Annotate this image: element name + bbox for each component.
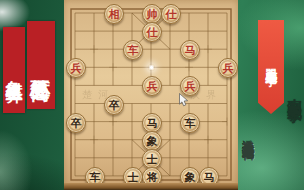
left-banner-brand: 象棋星算: [3, 27, 25, 113]
xiangqi-piece-red[interactable]: 仕: [161, 4, 181, 24]
xiangqi-piece-black[interactable]: 卒: [66, 113, 86, 133]
board-front-edge: [64, 183, 238, 190]
teacher-ribbon: 跟天星老师学: [258, 20, 284, 114]
xiangqi-piece-black[interactable]: 士: [142, 149, 162, 169]
left-banner-slogan: 心算更简: [27, 21, 55, 109]
video-frame: 象棋星算 心算更简 楚河 汉界 相帅仕仕车马兵兵兵兵卒卒马车象士车士将象马: [0, 0, 304, 190]
watermark-text-column: 透视象棋底层逻辑: [240, 82, 256, 188]
xiangqi-piece-black[interactable]: 马: [142, 113, 162, 133]
xiangqi-piece-red[interactable]: 帅: [142, 4, 162, 24]
xiangqi-piece-red[interactable]: 相: [104, 4, 124, 24]
xiangqi-piece-black[interactable]: 卒: [104, 95, 124, 115]
xiangqi-piece-red[interactable]: 仕: [142, 22, 162, 42]
mouse-cursor-icon: [179, 93, 189, 107]
move-highlight-marker: [148, 64, 155, 71]
xiangqi-piece-black[interactable]: 车: [180, 113, 200, 133]
xiangqi-piece-black[interactable]: 象: [142, 131, 162, 151]
lesson-title-calligraphy: 克制中炮教学: [285, 46, 303, 141]
xiangqi-board[interactable]: 楚河 汉界 相帅仕仕车马兵兵兵兵卒卒马车象士车士将象马: [64, 0, 238, 190]
